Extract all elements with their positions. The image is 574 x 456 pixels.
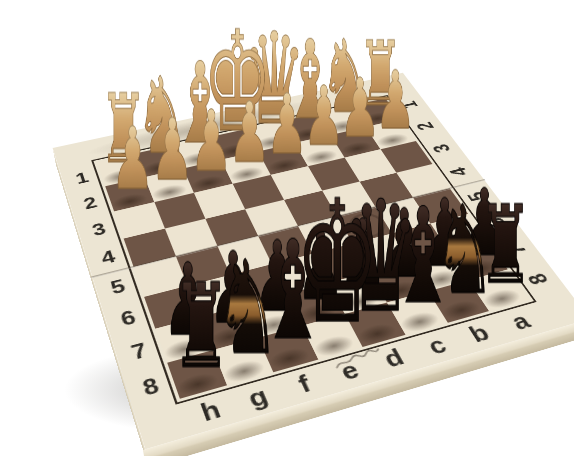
chess-board: ♜♞♝♚♛♝♞♜♟♟♟♟♟♟♟♟♟♟♟♟♟♟♟♟♜♞♝♚♛♝♞♜ 1234567…: [53, 73, 574, 450]
file-label-bottom-f: f: [295, 372, 314, 396]
rank-label-right-2: 2: [413, 121, 437, 132]
rank-label-right-3: 3: [430, 143, 454, 154]
piece-white-pawn[interactable]: ♟: [229, 91, 271, 174]
rank-label-left-8: 8: [140, 375, 161, 399]
rank-label-left-4: 4: [99, 248, 117, 267]
piece-white-pawn[interactable]: ♟: [111, 116, 154, 202]
rank-label-left-7: 7: [129, 340, 149, 363]
rank-label-left-2: 2: [82, 195, 99, 212]
rank-label-left-3: 3: [90, 221, 108, 239]
file-label-bottom-g: g: [245, 384, 271, 411]
piece-black-rook[interactable]: ♜: [172, 269, 230, 385]
rank-label-left-1: 1: [74, 170, 90, 186]
piece-white-pawn[interactable]: ♟: [340, 68, 381, 149]
rank-label-left-5: 5: [109, 277, 128, 297]
photo-background: ♜♞♝♚♛♝♞♜♟♟♟♟♟♟♟♟♟♟♟♟♟♟♟♟♜♞♝♚♛♝♞♜ 1234567…: [0, 0, 574, 456]
rank-label-left-6: 6: [119, 308, 139, 329]
file-label-bottom-d: d: [380, 345, 407, 370]
piece-white-pawn[interactable]: ♟: [151, 108, 194, 193]
file-label-bottom-b: b: [465, 321, 493, 345]
perspective-wrapper: ♜♞♝♚♛♝♞♜♟♟♟♟♟♟♟♟♟♟♟♟♟♟♟♟♜♞♝♚♛♝♞♜ 1234567…: [90, 18, 506, 434]
squares-grid: ♜♞♝♚♛♝♞♜♟♟♟♟♟♟♟♟♟♟♟♟♟♟♟♟♜♞♝♚♛♝♞♜: [97, 98, 530, 398]
file-label-bottom-a: a: [507, 310, 534, 333]
piece-white-pawn[interactable]: ♟: [266, 83, 307, 166]
file-label-bottom-h: h: [198, 397, 224, 425]
piece-white-pawn[interactable]: ♟: [190, 99, 232, 183]
piece-white-pawn[interactable]: ♟: [303, 76, 344, 158]
file-label-bottom-c: c: [424, 333, 450, 357]
